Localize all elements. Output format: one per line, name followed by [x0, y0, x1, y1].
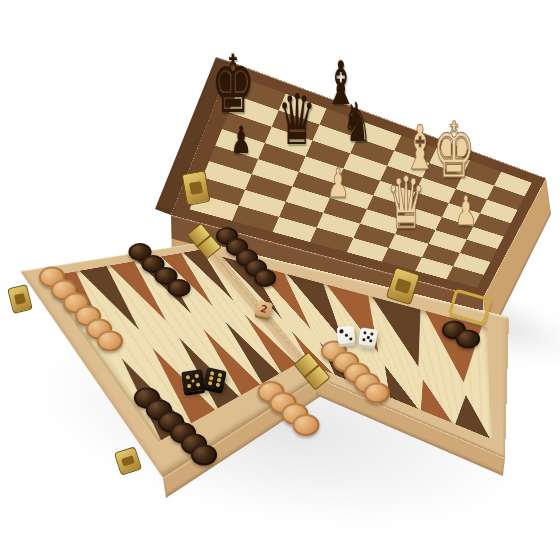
checkers-and-dice-layer: 2: [0, 0, 560, 560]
die-pip: [349, 337, 353, 341]
hinge-detail: [304, 364, 321, 378]
die-pip: [366, 335, 370, 339]
die-pip: [187, 384, 192, 389]
latch-detail: [121, 455, 134, 467]
white-die: [337, 326, 356, 345]
die-pip: [370, 332, 374, 336]
doubling-cube: 2: [255, 300, 273, 318]
dark-checker: [456, 330, 480, 349]
doubling-cube-label: 2: [259, 303, 268, 314]
game-set-product-photo: ♚♟♛♝♞♝♚♛♟♟ 2: [0, 0, 560, 560]
die-pip: [191, 379, 196, 384]
die-pip: [362, 338, 366, 342]
dark-checker: [191, 445, 217, 466]
die-pip: [363, 331, 367, 335]
die-pip: [218, 373, 223, 378]
die-pip: [196, 383, 201, 388]
die-pip: [216, 382, 221, 387]
die-pip: [340, 330, 344, 334]
die-pip: [195, 374, 200, 379]
die-pip: [369, 339, 373, 343]
latch-detail: [395, 278, 412, 294]
spine-hinge-top: [186, 223, 221, 260]
case-side-latch: [181, 170, 210, 206]
hinge-detail: [196, 234, 212, 248]
latch-detail: [14, 293, 26, 305]
latch-detail: [189, 181, 203, 195]
die-pip: [186, 375, 191, 380]
corner-latch: [114, 446, 142, 476]
left-rail-latch: [7, 284, 33, 314]
die-pip: [209, 376, 214, 381]
die-pip: [208, 381, 213, 386]
die-pip: [210, 371, 215, 376]
light-checker: [293, 414, 320, 436]
light-checker: [97, 331, 123, 352]
dark-checker: [254, 269, 276, 287]
case-front-latch: [386, 267, 421, 305]
black-die: [181, 369, 205, 393]
white-die: [358, 327, 377, 346]
light-checker: [364, 383, 390, 404]
dark-checker: [168, 279, 191, 297]
black-die: [203, 367, 227, 391]
die-pip: [217, 378, 222, 383]
die-pip: [344, 333, 348, 337]
